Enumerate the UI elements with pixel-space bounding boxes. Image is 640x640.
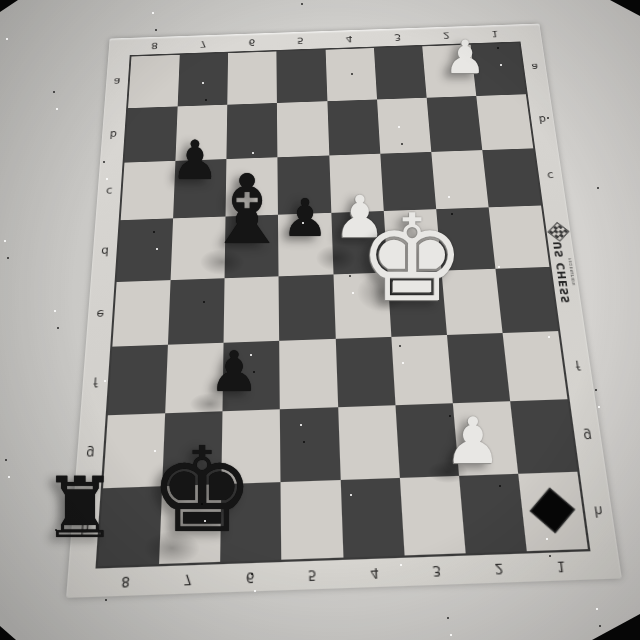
square-c2	[431, 150, 488, 209]
square-a2	[422, 45, 476, 98]
square-g8	[103, 413, 165, 488]
coordinate-label: 3	[432, 562, 442, 579]
us-chess-corner-logo	[530, 488, 576, 534]
chessboard: 87654321 87654321 abcdefgh abcfgh US CHE…	[66, 24, 622, 598]
label-top-8: 8	[130, 36, 180, 55]
square-a5	[277, 50, 327, 103]
noise-speck	[596, 608, 598, 610]
square-h7	[159, 484, 221, 564]
coordinate-label: 6	[248, 37, 255, 47]
square-b3	[377, 98, 431, 154]
square-c4	[329, 154, 384, 213]
coordinate-label: 4	[370, 565, 379, 582]
square-b8	[124, 107, 177, 163]
us-chess-diamond-icon	[547, 222, 569, 242]
photo-chessboard-overhead: { "game": "chess", "position": "7r/2p5/3…	[0, 0, 640, 640]
square-d3	[383, 209, 441, 272]
square-b7	[176, 105, 228, 161]
coordinate-label: a	[531, 61, 539, 72]
square-c7	[173, 159, 226, 218]
coordinate-label: b	[109, 129, 117, 140]
square-a1	[470, 43, 525, 96]
coordinate-label: f	[93, 374, 98, 388]
noise-speck	[447, 617, 449, 619]
square-c1	[482, 149, 541, 208]
square-a6	[228, 51, 278, 104]
noise-speck	[152, 12, 154, 14]
label-top-5: 5	[276, 31, 325, 50]
square-a8	[128, 55, 180, 108]
label-bottom-6: 6	[219, 562, 282, 592]
square-c5	[278, 156, 331, 215]
square-d2	[436, 208, 495, 271]
label-top-4: 4	[325, 29, 374, 48]
square-e6	[224, 276, 280, 342]
coordinate-label: 2	[494, 560, 504, 577]
square-h6	[220, 482, 281, 562]
photo-corner-artifact	[610, 0, 640, 16]
coordinate-label: 2	[442, 30, 450, 40]
coordinate-label: f	[574, 358, 580, 372]
square-d5	[278, 213, 333, 276]
square-e4	[333, 272, 391, 338]
label-top-7: 7	[179, 34, 228, 53]
square-h4	[340, 478, 404, 558]
noise-speck	[55, 529, 57, 531]
label-bottom-8: 8	[94, 566, 158, 597]
square-b4	[327, 100, 380, 156]
label-bottom-3: 3	[405, 556, 469, 586]
label-top-6: 6	[227, 33, 276, 52]
label-bottom-1: 1	[529, 551, 595, 581]
photo-corner-artifact	[0, 626, 16, 640]
square-d4	[331, 211, 387, 274]
noise-speck	[599, 625, 601, 627]
photo-corner-artifact	[0, 0, 18, 12]
noise-speck	[5, 459, 7, 461]
coordinate-label: 5	[308, 567, 317, 584]
noise-speck	[57, 327, 59, 329]
square-f7	[165, 342, 224, 413]
square-f1	[502, 331, 567, 401]
coordinate-label: 3	[394, 32, 402, 42]
square-e8	[112, 280, 170, 347]
noise-speck	[54, 310, 56, 312]
square-e2	[441, 268, 502, 334]
noise-speck	[155, 29, 157, 31]
noise-speck	[301, 3, 303, 5]
square-g1	[510, 399, 577, 474]
noise-speck	[595, 389, 597, 391]
photo-corner-artifact	[592, 614, 640, 640]
square-g7	[162, 411, 222, 486]
noise-speck	[8, 476, 10, 478]
coordinate-label: c	[546, 170, 554, 182]
coordinate-label: 4	[345, 34, 352, 44]
square-e1	[495, 266, 558, 332]
coordinate-label: d	[101, 245, 109, 258]
label-bottom-2: 2	[467, 553, 532, 583]
square-f6	[223, 340, 280, 411]
noise-speck	[105, 599, 107, 601]
coordinate-label: h	[593, 503, 604, 519]
square-d7	[171, 217, 226, 280]
coordinate-label: 1	[556, 558, 567, 575]
noise-speck	[598, 406, 600, 408]
square-h5	[281, 480, 343, 560]
square-f8	[108, 344, 168, 415]
noise-speck	[450, 634, 452, 636]
square-c8	[121, 161, 176, 220]
square-b1	[476, 94, 533, 150]
square-d8	[117, 219, 174, 282]
coordinate-label: 7	[183, 571, 192, 588]
coordinate-label: h	[80, 521, 90, 537]
noise-speck	[7, 257, 9, 259]
square-g6	[222, 409, 281, 484]
coordinate-label: c	[106, 185, 113, 197]
coordinate-label: a	[113, 76, 120, 87]
square-a7	[178, 53, 229, 106]
coordinate-label: 8	[151, 40, 158, 50]
square-f2	[447, 333, 510, 403]
coordinate-label: g	[582, 428, 592, 443]
label-top-3: 3	[373, 28, 423, 47]
label-bottom-4: 4	[343, 558, 407, 588]
coordinate-label: e	[96, 308, 104, 321]
noise-speck	[597, 187, 599, 189]
noise-speck	[4, 240, 6, 242]
square-c6	[226, 157, 279, 216]
square-f4	[335, 337, 395, 407]
square-c3	[380, 152, 436, 211]
noise-speck	[6, 38, 8, 40]
coordinate-label: 5	[297, 35, 304, 45]
coordinate-label: 8	[121, 573, 131, 590]
label-bottom-7: 7	[156, 564, 219, 594]
noise-speck	[56, 108, 58, 110]
coordinate-label: 7	[200, 39, 207, 49]
square-a3	[374, 46, 427, 99]
square-d1	[489, 206, 550, 269]
square-g4	[338, 405, 400, 480]
square-b5	[277, 101, 329, 157]
board-grid	[95, 41, 590, 568]
coordinate-label: g	[86, 445, 95, 460]
square-g3	[395, 403, 459, 478]
square-d6	[225, 215, 279, 278]
square-e3	[387, 270, 447, 336]
square-e5	[279, 274, 335, 340]
label-top-1: 1	[470, 24, 521, 43]
square-e7	[168, 278, 225, 345]
square-h3	[399, 476, 465, 556]
square-b6	[227, 103, 278, 159]
square-f3	[391, 335, 453, 405]
coordinate-label: 1	[491, 29, 499, 39]
label-bottom-5: 5	[281, 560, 344, 590]
square-h8	[98, 486, 162, 566]
coordinate-label: 6	[246, 569, 255, 586]
coordinate-label: b	[538, 114, 547, 125]
square-h1	[518, 472, 588, 552]
square-g2	[453, 401, 519, 476]
square-a4	[325, 48, 377, 101]
label-top-2: 2	[421, 26, 471, 45]
noise-speck	[53, 91, 55, 93]
square-g5	[280, 407, 340, 482]
vinyl-mat: 87654321 87654321 abcdefgh abcfgh US CHE…	[66, 24, 622, 598]
square-b2	[426, 96, 482, 152]
square-h2	[459, 474, 527, 554]
square-f5	[280, 338, 338, 409]
